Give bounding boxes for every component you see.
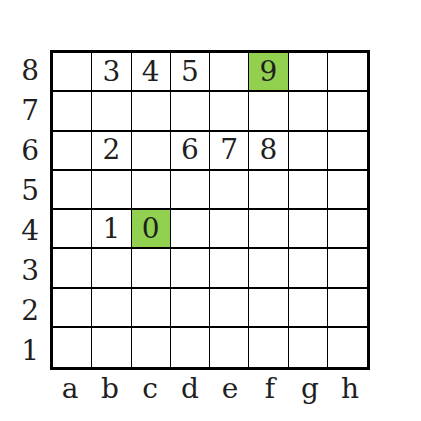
cell-g4[interactable] xyxy=(289,210,328,249)
cell-a8[interactable] xyxy=(53,53,92,92)
cell-b6[interactable]: 2 xyxy=(92,132,131,171)
cell-h3[interactable] xyxy=(328,249,367,288)
cell-f4[interactable] xyxy=(249,210,288,249)
file-label-b: b xyxy=(90,371,130,405)
rank-label-7: 7 xyxy=(0,90,44,130)
cell-b5[interactable] xyxy=(92,171,131,210)
cell-c5[interactable] xyxy=(132,171,171,210)
file-label-g: g xyxy=(290,371,330,405)
file-label-f: f xyxy=(250,371,290,405)
cell-e4[interactable] xyxy=(210,210,249,249)
cell-f5[interactable] xyxy=(249,171,288,210)
cell-h4[interactable] xyxy=(328,210,367,249)
cell-b8[interactable]: 3 xyxy=(92,53,131,92)
cell-h2[interactable] xyxy=(328,289,367,328)
cell-f6[interactable]: 8 xyxy=(249,132,288,171)
cell-e6[interactable]: 7 xyxy=(210,132,249,171)
file-labels: abcdefgh xyxy=(50,371,370,405)
cell-e8[interactable] xyxy=(210,53,249,92)
file-label-c: c xyxy=(130,371,170,405)
cell-c6[interactable] xyxy=(132,132,171,171)
rank-label-8: 8 xyxy=(0,50,44,90)
cell-a5[interactable] xyxy=(53,171,92,210)
cell-f8[interactable]: 9 xyxy=(249,53,288,92)
cell-b1[interactable] xyxy=(92,328,131,367)
rank-labels: 87654321 xyxy=(0,50,44,370)
cell-e1[interactable] xyxy=(210,328,249,367)
cell-a2[interactable] xyxy=(53,289,92,328)
cell-a4[interactable] xyxy=(53,210,92,249)
cell-b7[interactable] xyxy=(92,92,131,131)
file-label-h: h xyxy=(330,371,370,405)
cell-a3[interactable] xyxy=(53,249,92,288)
board-scene: 87654321 3459267810 abcdefgh xyxy=(0,0,421,421)
cell-g6[interactable] xyxy=(289,132,328,171)
rank-label-4: 4 xyxy=(0,210,44,250)
board-grid: 3459267810 xyxy=(50,50,370,370)
cell-e5[interactable] xyxy=(210,171,249,210)
file-label-a: a xyxy=(50,371,90,405)
cell-d7[interactable] xyxy=(171,92,210,131)
cell-d3[interactable] xyxy=(171,249,210,288)
cell-d4[interactable] xyxy=(171,210,210,249)
rank-label-3: 3 xyxy=(0,250,44,290)
cell-d6[interactable]: 6 xyxy=(171,132,210,171)
cell-f7[interactable] xyxy=(249,92,288,131)
cell-d2[interactable] xyxy=(171,289,210,328)
cell-g3[interactable] xyxy=(289,249,328,288)
cell-c1[interactable] xyxy=(132,328,171,367)
cell-g5[interactable] xyxy=(289,171,328,210)
cell-h7[interactable] xyxy=(328,92,367,131)
cell-c2[interactable] xyxy=(132,289,171,328)
cell-h6[interactable] xyxy=(328,132,367,171)
file-label-e: e xyxy=(210,371,250,405)
cell-g7[interactable] xyxy=(289,92,328,131)
cell-e3[interactable] xyxy=(210,249,249,288)
cell-a6[interactable] xyxy=(53,132,92,171)
cell-c8[interactable]: 4 xyxy=(132,53,171,92)
cell-h8[interactable] xyxy=(328,53,367,92)
rank-label-1: 1 xyxy=(0,330,44,370)
cell-c3[interactable] xyxy=(132,249,171,288)
cell-a1[interactable] xyxy=(53,328,92,367)
cell-h5[interactable] xyxy=(328,171,367,210)
cell-g8[interactable] xyxy=(289,53,328,92)
file-label-d: d xyxy=(170,371,210,405)
rank-label-2: 2 xyxy=(0,290,44,330)
cell-f1[interactable] xyxy=(249,328,288,367)
cell-h1[interactable] xyxy=(328,328,367,367)
cell-d8[interactable]: 5 xyxy=(171,53,210,92)
cell-b2[interactable] xyxy=(92,289,131,328)
cell-f2[interactable] xyxy=(249,289,288,328)
cell-g1[interactable] xyxy=(289,328,328,367)
cell-c7[interactable] xyxy=(132,92,171,131)
rank-label-6: 6 xyxy=(0,130,44,170)
cell-f3[interactable] xyxy=(249,249,288,288)
cell-e7[interactable] xyxy=(210,92,249,131)
rank-label-5: 5 xyxy=(0,170,44,210)
cell-b4[interactable]: 1 xyxy=(92,210,131,249)
cell-d1[interactable] xyxy=(171,328,210,367)
cell-g2[interactable] xyxy=(289,289,328,328)
cell-b3[interactable] xyxy=(92,249,131,288)
cell-a7[interactable] xyxy=(53,92,92,131)
cell-c4[interactable]: 0 xyxy=(132,210,171,249)
cell-d5[interactable] xyxy=(171,171,210,210)
cell-e2[interactable] xyxy=(210,289,249,328)
